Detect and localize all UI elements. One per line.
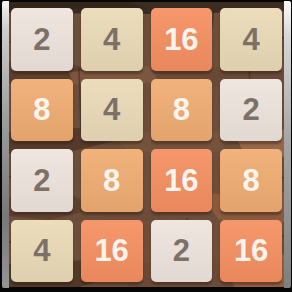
tile-r4c2: 16 (81, 220, 143, 283)
tile-r3c2: 8 (81, 149, 143, 212)
tile-r2c4: 2 (220, 79, 282, 142)
tile-r2c3: 8 (151, 79, 213, 142)
tile-r3c1: 2 (11, 149, 73, 212)
frame-bevel-right (284, 1, 291, 288)
tile-grid: 24164848228168416216 (9, 2, 284, 287)
tile-r2c2: 4 (81, 79, 143, 142)
tile-r2c1: 8 (11, 79, 73, 142)
tile-r1c1: 2 (11, 8, 73, 71)
tile-r1c3: 16 (151, 8, 213, 71)
tile-r4c3: 2 (151, 220, 213, 283)
tile-r1c4: 4 (220, 8, 282, 71)
tile-r3c3: 16 (151, 149, 213, 212)
tile-r1c2: 4 (81, 8, 143, 71)
tile-r4c4: 16 (220, 220, 282, 283)
game-board[interactable]: 24164848228168416216 (9, 2, 284, 287)
app-frame: 24164848228168416216 (0, 0, 292, 292)
tile-r4c1: 4 (11, 220, 73, 283)
frame-bevel-left (2, 1, 9, 288)
tile-r3c4: 8 (220, 149, 282, 212)
